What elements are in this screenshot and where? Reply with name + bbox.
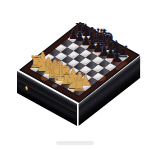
chess-set-photo: ♜♞♝♛♚♝♞♜♟♟♟♟♟♟♟♟♟♟♟♟♟♟♟♟♜♞♝♛♚♝♞♜ bbox=[0, 0, 150, 150]
piece-white-rook-h1[interactable]: ♜ bbox=[71, 77, 87, 95]
piece-black-pawn-h7[interactable]: ♟ bbox=[110, 51, 122, 65]
watermark-smudge bbox=[56, 141, 94, 145]
drawer-knob-icon[interactable] bbox=[25, 86, 27, 91]
